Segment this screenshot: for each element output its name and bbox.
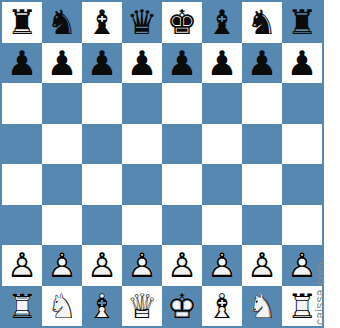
- square-g3[interactable]: [242, 205, 282, 246]
- square-c5[interactable]: [82, 124, 122, 165]
- square-d1[interactable]: ♛♕: [122, 286, 162, 327]
- piece-white-bishop[interactable]: ♝♗: [82, 286, 122, 327]
- piece-outline: ♙: [242, 245, 282, 286]
- square-c1[interactable]: ♝♗: [82, 286, 122, 327]
- piece-white-pawn[interactable]: ♟♙: [2, 245, 42, 286]
- square-b7[interactable]: ♟: [42, 43, 82, 84]
- square-e8[interactable]: ♚: [162, 2, 202, 43]
- piece-black-pawn[interactable]: ♟: [122, 43, 162, 84]
- square-d3[interactable]: [122, 205, 162, 246]
- piece-outline: ♗: [82, 286, 122, 327]
- square-f1[interactable]: ♝♗: [202, 286, 242, 327]
- piece-black-pawn[interactable]: ♟: [282, 43, 322, 84]
- piece-outline: ♖: [2, 286, 42, 327]
- square-g4[interactable]: [242, 164, 282, 205]
- piece-black-knight[interactable]: ♞: [42, 2, 82, 43]
- square-d6[interactable]: [122, 83, 162, 124]
- piece-outline: ♙: [202, 245, 242, 286]
- square-b8[interactable]: ♞: [42, 2, 82, 43]
- square-f4[interactable]: [202, 164, 242, 205]
- piece-white-rook[interactable]: ♜♖: [2, 286, 42, 327]
- square-b4[interactable]: [42, 164, 82, 205]
- chess-diagram: ♜♞♝♛♚♝♞♜♟♟♟♟♟♟♟♟♟♙♟♙♟♙♟♙♟♙♟♙♟♙♟♙♜♖♞♘♝♗♛♕…: [0, 0, 340, 328]
- caissa-watermark: caissa.com: [313, 262, 327, 325]
- square-c6[interactable]: [82, 83, 122, 124]
- chess-board: ♜♞♝♛♚♝♞♜♟♟♟♟♟♟♟♟♟♙♟♙♟♙♟♙♟♙♟♙♟♙♟♙♜♖♞♘♝♗♛♕…: [0, 0, 324, 328]
- piece-black-pawn[interactable]: ♟: [42, 43, 82, 84]
- square-f8[interactable]: ♝: [202, 2, 242, 43]
- square-c7[interactable]: ♟: [82, 43, 122, 84]
- piece-outline: ♘: [242, 286, 282, 327]
- square-h3[interactable]: [282, 205, 322, 246]
- piece-black-bishop[interactable]: ♝: [202, 2, 242, 43]
- square-b6[interactable]: [42, 83, 82, 124]
- piece-white-pawn[interactable]: ♟♙: [42, 245, 82, 286]
- square-a4[interactable]: [2, 164, 42, 205]
- square-g5[interactable]: [242, 124, 282, 165]
- square-g8[interactable]: ♞: [242, 2, 282, 43]
- square-e1[interactable]: ♚♔: [162, 286, 202, 327]
- square-g2[interactable]: ♟♙: [242, 245, 282, 286]
- square-d8[interactable]: ♛: [122, 2, 162, 43]
- piece-black-rook[interactable]: ♜: [282, 2, 322, 43]
- square-b2[interactable]: ♟♙: [42, 245, 82, 286]
- piece-black-queen[interactable]: ♛: [122, 2, 162, 43]
- square-f5[interactable]: [202, 124, 242, 165]
- square-g6[interactable]: [242, 83, 282, 124]
- square-e3[interactable]: [162, 205, 202, 246]
- square-d5[interactable]: [122, 124, 162, 165]
- square-a8[interactable]: ♜: [2, 2, 42, 43]
- piece-white-knight[interactable]: ♞♘: [42, 286, 82, 327]
- square-b1[interactable]: ♞♘: [42, 286, 82, 327]
- square-a3[interactable]: [2, 205, 42, 246]
- piece-outline: ♕: [122, 286, 162, 327]
- square-e5[interactable]: [162, 124, 202, 165]
- piece-black-rook[interactable]: ♜: [2, 2, 42, 43]
- piece-white-pawn[interactable]: ♟♙: [82, 245, 122, 286]
- square-b5[interactable]: [42, 124, 82, 165]
- square-c8[interactable]: ♝: [82, 2, 122, 43]
- piece-outline: ♘: [42, 286, 82, 327]
- piece-white-queen[interactable]: ♛♕: [122, 286, 162, 327]
- square-a6[interactable]: [2, 83, 42, 124]
- piece-black-bishop[interactable]: ♝: [82, 2, 122, 43]
- piece-white-pawn[interactable]: ♟♙: [242, 245, 282, 286]
- square-g7[interactable]: ♟: [242, 43, 282, 84]
- square-h5[interactable]: [282, 124, 322, 165]
- square-g1[interactable]: ♞♘: [242, 286, 282, 327]
- square-a7[interactable]: ♟: [2, 43, 42, 84]
- piece-outline: ♙: [122, 245, 162, 286]
- piece-white-pawn[interactable]: ♟♙: [122, 245, 162, 286]
- piece-outline: ♙: [162, 245, 202, 286]
- piece-white-pawn[interactable]: ♟♙: [162, 245, 202, 286]
- square-e4[interactable]: [162, 164, 202, 205]
- square-d7[interactable]: ♟: [122, 43, 162, 84]
- square-h7[interactable]: ♟: [282, 43, 322, 84]
- square-f7[interactable]: ♟: [202, 43, 242, 84]
- square-c2[interactable]: ♟♙: [82, 245, 122, 286]
- piece-outline: ♗: [202, 286, 242, 327]
- piece-black-pawn[interactable]: ♟: [2, 43, 42, 84]
- square-b3[interactable]: [42, 205, 82, 246]
- square-d2[interactable]: ♟♙: [122, 245, 162, 286]
- piece-black-pawn[interactable]: ♟: [242, 43, 282, 84]
- square-f6[interactable]: [202, 83, 242, 124]
- piece-white-bishop[interactable]: ♝♗: [202, 286, 242, 327]
- piece-white-pawn[interactable]: ♟♙: [202, 245, 242, 286]
- square-h8[interactable]: ♜: [282, 2, 322, 43]
- square-h6[interactable]: [282, 83, 322, 124]
- piece-black-knight[interactable]: ♞: [242, 2, 282, 43]
- square-f2[interactable]: ♟♙: [202, 245, 242, 286]
- piece-outline: ♔: [162, 286, 202, 327]
- square-e2[interactable]: ♟♙: [162, 245, 202, 286]
- piece-outline: ♙: [42, 245, 82, 286]
- square-e7[interactable]: ♟: [162, 43, 202, 84]
- piece-white-king[interactable]: ♚♔: [162, 286, 202, 327]
- piece-white-knight[interactable]: ♞♘: [242, 286, 282, 327]
- square-a5[interactable]: [2, 124, 42, 165]
- square-c3[interactable]: [82, 205, 122, 246]
- piece-black-pawn[interactable]: ♟: [82, 43, 122, 84]
- piece-black-pawn[interactable]: ♟: [162, 43, 202, 84]
- square-e6[interactable]: [162, 83, 202, 124]
- square-d4[interactable]: [122, 164, 162, 205]
- piece-outline: ♙: [2, 245, 42, 286]
- piece-black-king[interactable]: ♚: [162, 2, 202, 43]
- piece-outline: ♙: [82, 245, 122, 286]
- square-h4[interactable]: [282, 164, 322, 205]
- square-c4[interactable]: [82, 164, 122, 205]
- square-f3[interactable]: [202, 205, 242, 246]
- piece-black-pawn[interactable]: ♟: [202, 43, 242, 84]
- square-a2[interactable]: ♟♙: [2, 245, 42, 286]
- square-a1[interactable]: ♜♖: [2, 286, 42, 327]
